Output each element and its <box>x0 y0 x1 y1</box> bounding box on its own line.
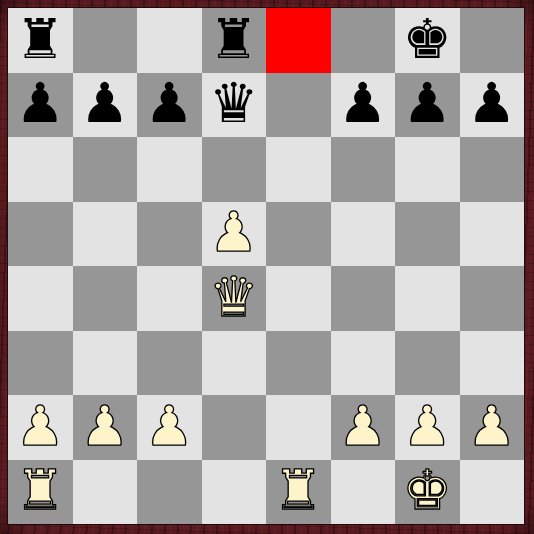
square-e4[interactable] <box>266 266 331 331</box>
square-f4[interactable] <box>331 266 396 331</box>
square-a4[interactable] <box>8 266 73 331</box>
black-pawn-piece-g7[interactable]: ♟ <box>403 76 452 131</box>
square-b1[interactable] <box>73 460 138 525</box>
square-h4[interactable] <box>460 266 525 331</box>
square-h5[interactable] <box>460 202 525 267</box>
black-king-piece-g8[interactable]: ♚ <box>403 12 452 67</box>
white-pawn-piece-g2[interactable]: ♟ <box>403 399 452 454</box>
square-b4[interactable] <box>73 266 138 331</box>
square-b5[interactable] <box>73 202 138 267</box>
black-pawn-piece-b7[interactable]: ♟ <box>80 76 129 131</box>
square-c1[interactable] <box>137 460 202 525</box>
white-pawn-piece-c2[interactable]: ♟ <box>145 399 194 454</box>
square-a6[interactable] <box>8 137 73 202</box>
square-c5[interactable] <box>137 202 202 267</box>
square-f5[interactable] <box>331 202 396 267</box>
white-rook-piece-a1[interactable]: ♜ <box>16 463 65 518</box>
white-pawn-piece-b2[interactable]: ♟ <box>80 399 129 454</box>
black-queen-piece-d7[interactable]: ♛ <box>209 76 258 131</box>
square-a3[interactable] <box>8 331 73 396</box>
white-pawn-piece-h2[interactable]: ♟ <box>467 399 516 454</box>
black-rook-piece-d8[interactable]: ♜ <box>209 12 258 67</box>
square-c6[interactable] <box>137 137 202 202</box>
square-b3[interactable] <box>73 331 138 396</box>
white-queen-piece-d4[interactable]: ♛ <box>209 270 258 325</box>
square-b6[interactable] <box>73 137 138 202</box>
white-pawn-piece-d5[interactable]: ♟ <box>209 205 258 260</box>
square-h8[interactable] <box>460 8 525 73</box>
square-d4[interactable]: ♛ <box>202 266 267 331</box>
square-g2[interactable]: ♟ <box>395 395 460 460</box>
black-pawn-piece-a7[interactable]: ♟ <box>16 76 65 131</box>
square-e3[interactable] <box>266 331 331 396</box>
square-e6[interactable] <box>266 137 331 202</box>
square-d5[interactable]: ♟ <box>202 202 267 267</box>
square-d6[interactable] <box>202 137 267 202</box>
square-e5[interactable] <box>266 202 331 267</box>
square-b2[interactable]: ♟ <box>73 395 138 460</box>
square-h1[interactable] <box>460 460 525 525</box>
square-f2[interactable]: ♟ <box>331 395 396 460</box>
square-e7[interactable] <box>266 73 331 138</box>
square-g4[interactable] <box>395 266 460 331</box>
white-pawn-piece-a2[interactable]: ♟ <box>16 399 65 454</box>
square-f7[interactable]: ♟ <box>331 73 396 138</box>
square-c7[interactable]: ♟ <box>137 73 202 138</box>
square-e8[interactable] <box>266 8 331 73</box>
square-c4[interactable] <box>137 266 202 331</box>
square-f3[interactable] <box>331 331 396 396</box>
square-a2[interactable]: ♟ <box>8 395 73 460</box>
square-h2[interactable]: ♟ <box>460 395 525 460</box>
black-pawn-piece-c7[interactable]: ♟ <box>145 76 194 131</box>
square-a8[interactable]: ♜ <box>8 8 73 73</box>
square-f6[interactable] <box>331 137 396 202</box>
square-a5[interactable] <box>8 202 73 267</box>
black-pawn-piece-f7[interactable]: ♟ <box>338 76 387 131</box>
square-g8[interactable]: ♚ <box>395 8 460 73</box>
chess-board: ♜♜♚♟♟♟♛♟♟♟♟♛♟♟♟♟♟♟♜♜♚ <box>7 7 525 525</box>
square-d8[interactable]: ♜ <box>202 8 267 73</box>
square-c8[interactable] <box>137 8 202 73</box>
square-g5[interactable] <box>395 202 460 267</box>
square-g6[interactable] <box>395 137 460 202</box>
square-h7[interactable]: ♟ <box>460 73 525 138</box>
white-pawn-piece-f2[interactable]: ♟ <box>338 399 387 454</box>
square-f1[interactable] <box>331 460 396 525</box>
square-b7[interactable]: ♟ <box>73 73 138 138</box>
square-d7[interactable]: ♛ <box>202 73 267 138</box>
square-g1[interactable]: ♚ <box>395 460 460 525</box>
black-rook-piece-a8[interactable]: ♜ <box>16 12 65 67</box>
white-rook-piece-e1[interactable]: ♜ <box>274 463 323 518</box>
square-g3[interactable] <box>395 331 460 396</box>
square-g7[interactable]: ♟ <box>395 73 460 138</box>
square-c3[interactable] <box>137 331 202 396</box>
square-a7[interactable]: ♟ <box>8 73 73 138</box>
square-a1[interactable]: ♜ <box>8 460 73 525</box>
white-king-piece-g1[interactable]: ♚ <box>403 463 452 518</box>
square-e1[interactable]: ♜ <box>266 460 331 525</box>
square-d3[interactable] <box>202 331 267 396</box>
square-c2[interactable]: ♟ <box>137 395 202 460</box>
black-pawn-piece-h7[interactable]: ♟ <box>467 76 516 131</box>
square-d1[interactable] <box>202 460 267 525</box>
board-frame: ♜♜♚♟♟♟♛♟♟♟♟♛♟♟♟♟♟♟♜♜♚ <box>0 0 534 534</box>
square-f8[interactable] <box>331 8 396 73</box>
square-e2[interactable] <box>266 395 331 460</box>
square-h6[interactable] <box>460 137 525 202</box>
square-d2[interactable] <box>202 395 267 460</box>
square-b8[interactable] <box>73 8 138 73</box>
square-h3[interactable] <box>460 331 525 396</box>
